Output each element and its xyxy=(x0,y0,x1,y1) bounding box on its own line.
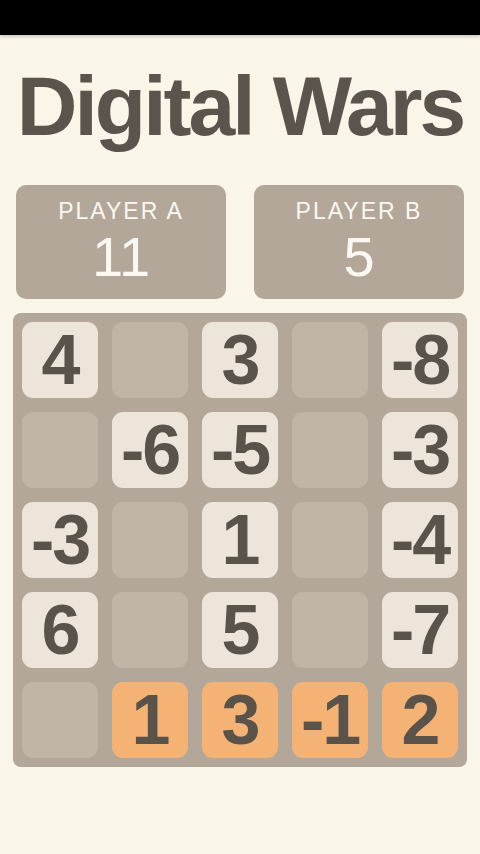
board-cell-tile-r4-c1[interactable]: 6 xyxy=(22,592,98,668)
board-cell-tile-r3-c5[interactable]: -4 xyxy=(382,502,458,578)
board-cell-empty-r1-c2 xyxy=(112,322,188,398)
game-board: 43-8-6-5-3-31-465-713-12 xyxy=(13,313,467,767)
board-cell-tile-r4-c5[interactable]: -7 xyxy=(382,592,458,668)
page-title: Digital Wars xyxy=(17,58,463,155)
board-cell-tile-r1-c3[interactable]: 3 xyxy=(202,322,278,398)
board-cell-tile-r1-c1[interactable]: 4 xyxy=(22,322,98,398)
header: Digital Wars xyxy=(0,35,480,178)
player-b-score-box: PLAYER B 5 xyxy=(254,185,464,299)
board-cell-empty-r2-c4 xyxy=(292,412,368,488)
board-cell-tile-r2-c3[interactable]: -5 xyxy=(202,412,278,488)
board-cell-tile-r5-c2[interactable]: 1 xyxy=(112,682,188,758)
player-b-label: PLAYER B xyxy=(296,199,423,224)
board-cell-tile-r4-c3[interactable]: 5 xyxy=(202,592,278,668)
scoreboard: PLAYER A 11 PLAYER B 5 xyxy=(16,185,464,299)
board-cell-tile-r3-c3[interactable]: 1 xyxy=(202,502,278,578)
board-cell-tile-r5-c3[interactable]: 3 xyxy=(202,682,278,758)
board-cell-empty-r4-c2 xyxy=(112,592,188,668)
player-b-score: 5 xyxy=(343,228,374,287)
board-cell-empty-r1-c4 xyxy=(292,322,368,398)
status-bar xyxy=(0,0,480,35)
board-cell-tile-r3-c1[interactable]: -3 xyxy=(22,502,98,578)
board-cell-empty-r3-c4 xyxy=(292,502,368,578)
player-a-score-box: PLAYER A 11 xyxy=(16,185,226,299)
board-cell-tile-r2-c2[interactable]: -6 xyxy=(112,412,188,488)
board-cell-tile-r5-c5[interactable]: 2 xyxy=(382,682,458,758)
board-cell-empty-r3-c2 xyxy=(112,502,188,578)
board-cell-tile-r2-c5[interactable]: -3 xyxy=(382,412,458,488)
board-cell-empty-r5-c1 xyxy=(22,682,98,758)
player-a-score: 11 xyxy=(92,228,150,287)
board-cell-tile-r5-c4[interactable]: -1 xyxy=(292,682,368,758)
board-cell-empty-r4-c4 xyxy=(292,592,368,668)
app-screen: Digital Wars PLAYER A 11 PLAYER B 5 43-8… xyxy=(0,0,480,854)
player-a-label: PLAYER A xyxy=(58,199,184,224)
board-cell-empty-r2-c1 xyxy=(22,412,98,488)
board-cell-tile-r1-c5[interactable]: -8 xyxy=(382,322,458,398)
